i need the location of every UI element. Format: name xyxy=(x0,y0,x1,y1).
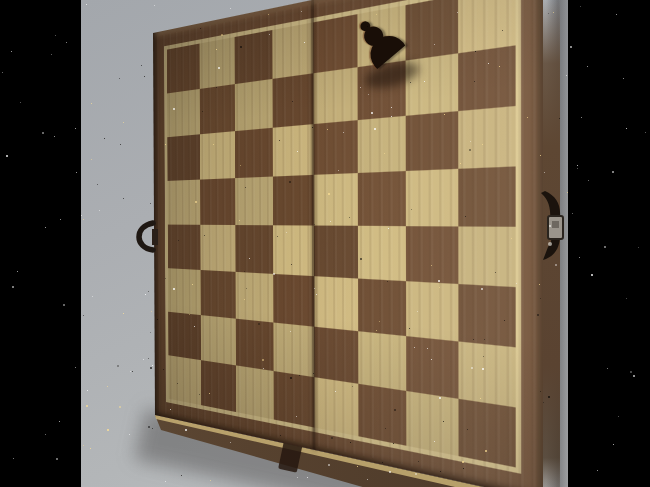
left-ring-hinge-icon xyxy=(136,219,160,255)
pillarbox-right xyxy=(568,0,650,487)
black-pawn-group: ♟ xyxy=(340,14,440,104)
latch-clasp-icon xyxy=(536,186,568,264)
pillarbox-left xyxy=(0,0,81,487)
photo-stage: ♟ xyxy=(0,0,650,487)
